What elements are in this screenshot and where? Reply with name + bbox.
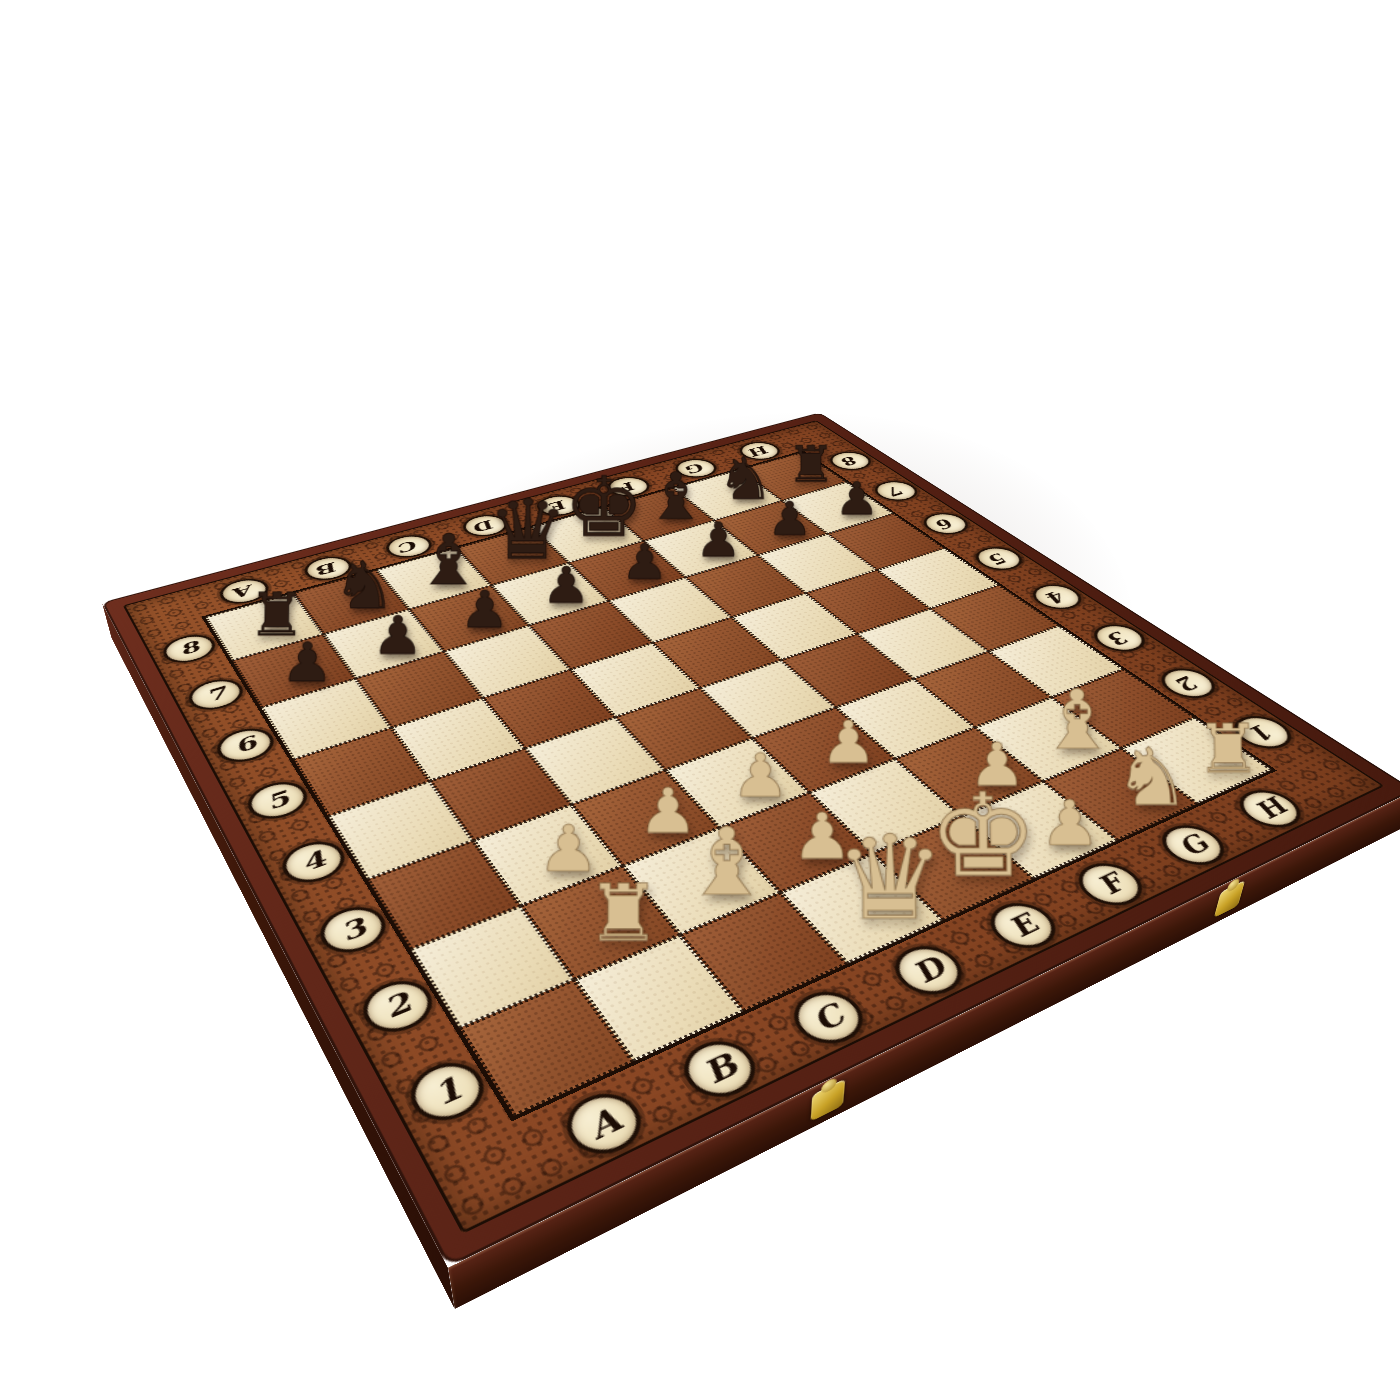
piece-white-pawn: ♟	[731, 745, 790, 805]
piece-white-bishop: ♝	[681, 814, 772, 908]
board-photo-stage: ♜♞♝♛♚♝♞♜♟♟♟♟♟♟♟♟♟♟♟♟♜♝♟♟♝♛♚♟♞♜ 88AA77BB6…	[0, 0, 1400, 1400]
piece-black-pawn: ♟	[542, 560, 591, 610]
piece-black-pawn: ♟	[767, 496, 812, 542]
piece-black-pawn: ♟	[459, 584, 509, 635]
piece-black-pawn: ♟	[695, 516, 741, 563]
piece-white-rook: ♜	[585, 872, 661, 951]
piece-white-knight: ♞	[1112, 738, 1191, 818]
piece-white-pawn: ♟	[820, 713, 877, 772]
piece-black-pawn: ♟	[280, 635, 334, 689]
piece-white-pawn: ♟	[1039, 792, 1101, 855]
piece-white-bishop: ♝	[1036, 678, 1117, 760]
piece-black-pawn: ♟	[835, 476, 880, 521]
piece-black-knight: ♞	[716, 450, 773, 508]
piece-white-queen: ♛	[834, 820, 947, 937]
piece-black-pawn: ♟	[621, 538, 669, 587]
piece-black-rook: ♜	[786, 439, 835, 489]
piece-black-pawn: ♟	[372, 609, 424, 662]
piece-white-rook: ♜	[1195, 714, 1263, 782]
latch-icon	[811, 1078, 846, 1121]
